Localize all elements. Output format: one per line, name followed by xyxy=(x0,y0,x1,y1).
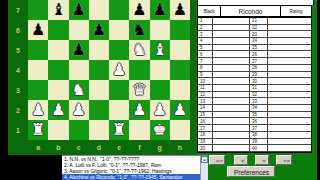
file-label-c: c xyxy=(69,140,89,154)
square-d5[interactable] xyxy=(89,40,109,60)
move-number-28: 28 xyxy=(250,65,268,72)
black-pawn-icon: ♟ xyxy=(152,2,166,18)
black-move-cell-38[interactable] xyxy=(268,132,311,139)
square-f1[interactable] xyxy=(129,120,149,140)
square-d6[interactable]: ♟ xyxy=(89,20,109,40)
black-move-cell-27[interactable] xyxy=(268,58,311,65)
move-number-33: 33 xyxy=(250,98,268,105)
square-h7[interactable]: ♟ xyxy=(170,0,190,20)
white-rook-icon: ♜ xyxy=(112,122,126,138)
black-move-cell-22[interactable] xyxy=(268,25,311,32)
game-info-panel: Alechine Black Ricondo Rating 1212223234… xyxy=(196,0,317,180)
square-c5[interactable]: ♟ xyxy=(69,40,89,60)
move-number-17: 17 xyxy=(198,125,213,132)
square-b6[interactable] xyxy=(48,20,68,40)
move-number-7: 7 xyxy=(198,58,213,65)
square-g7[interactable]: ♟ xyxy=(150,0,170,20)
white-move-cell-18[interactable] xyxy=(213,132,250,139)
file-label-e: e xyxy=(109,140,129,154)
move-number-38: 38 xyxy=(250,132,268,139)
rank-labels: 7654321 xyxy=(8,0,28,140)
square-a5[interactable] xyxy=(28,40,48,60)
square-c4[interactable] xyxy=(69,60,89,80)
next-move-button[interactable]: > xyxy=(255,155,269,165)
file-labels: abcdefgh xyxy=(28,140,190,154)
square-a6[interactable]: ♟ xyxy=(28,20,48,40)
white-knight-icon: ♞ xyxy=(71,82,85,98)
move-number-32: 32 xyxy=(250,92,268,99)
square-d2[interactable] xyxy=(89,100,109,120)
move-number-12: 12 xyxy=(198,92,213,99)
rank-label-2: 2 xyxy=(8,100,28,120)
square-e1[interactable]: ♜ xyxy=(109,120,129,140)
black-pawn-icon: ♟ xyxy=(132,2,146,18)
square-g6[interactable] xyxy=(150,20,170,40)
black-move-cell-28[interactable] xyxy=(268,65,311,72)
move-number-2: 2 xyxy=(198,25,213,32)
black-pawn-icon: ♟ xyxy=(71,2,85,18)
square-e2[interactable] xyxy=(109,100,129,120)
file-label-h: h xyxy=(170,140,190,154)
white-knight-icon: ♞ xyxy=(132,42,146,58)
square-g3[interactable] xyxy=(150,80,170,100)
move-number-6: 6 xyxy=(198,51,213,58)
square-a2[interactable]: ♟ xyxy=(28,100,48,120)
square-b2[interactable]: ♟ xyxy=(48,100,68,120)
move-number-16: 16 xyxy=(198,118,213,125)
square-c2[interactable]: ♟ xyxy=(69,100,89,120)
square-a3[interactable] xyxy=(28,80,48,100)
scroll-up-icon[interactable]: ▲ xyxy=(201,156,208,163)
square-h3[interactable] xyxy=(170,80,190,100)
square-f7[interactable]: ♟ xyxy=(129,0,149,20)
white-move-cell-4[interactable] xyxy=(213,38,250,45)
game-list-scrollbar[interactable]: ▲ xyxy=(200,156,208,180)
move-number-1: 1 xyxy=(198,18,213,25)
square-g2[interactable]: ♟ xyxy=(150,100,170,120)
black-move-cell-36[interactable] xyxy=(268,118,311,125)
white-move-cell-9[interactable] xyxy=(213,72,250,79)
white-pawn-icon: ♟ xyxy=(71,102,85,118)
square-b3[interactable] xyxy=(48,80,68,100)
square-c6[interactable] xyxy=(69,20,89,40)
move-number-5: 5 xyxy=(198,45,213,52)
square-b5[interactable] xyxy=(48,40,68,60)
square-e7[interactable] xyxy=(109,0,129,20)
square-e4[interactable]: ♟ xyxy=(109,60,129,80)
move-number-35: 35 xyxy=(250,112,268,119)
square-b1[interactable] xyxy=(48,120,68,140)
white-move-cell-2[interactable] xyxy=(213,25,250,32)
move-number-25: 25 xyxy=(250,45,268,52)
black-move-cell-33[interactable] xyxy=(268,98,311,105)
file-label-d: d xyxy=(89,140,109,154)
square-a4[interactable] xyxy=(28,60,48,80)
white-move-cell-14[interactable] xyxy=(213,105,250,112)
file-label-b: b xyxy=(48,140,68,154)
move-number-3: 3 xyxy=(198,31,213,38)
move-number-11: 11 xyxy=(198,85,213,92)
file-label-g: g xyxy=(150,140,170,154)
square-f4[interactable] xyxy=(129,60,149,80)
square-f3[interactable]: ♛ xyxy=(129,80,149,100)
move-number-19: 19 xyxy=(198,139,213,146)
black-move-cell-25[interactable] xyxy=(268,45,311,52)
square-f6[interactable]: ♞ xyxy=(129,20,149,40)
black-label: Black xyxy=(198,6,221,16)
white-move-cell-5[interactable] xyxy=(213,45,250,52)
move-number-4: 4 xyxy=(198,38,213,45)
black-move-cell-29[interactable] xyxy=(268,72,311,79)
white-bishop-icon: ♝ xyxy=(152,42,166,58)
white-pawn-icon: ♟ xyxy=(173,102,187,118)
white-move-cell-17[interactable] xyxy=(213,125,250,132)
move-number-23: 23 xyxy=(250,31,268,38)
move-number-14: 14 xyxy=(198,105,213,112)
white-move-cell-3[interactable] xyxy=(213,31,250,38)
black-move-cell-24[interactable] xyxy=(268,38,311,45)
black-player-row: Black Ricondo Rating xyxy=(197,5,312,17)
square-e6[interactable] xyxy=(109,20,129,40)
black-move-cell-34[interactable] xyxy=(268,105,311,112)
preferences-button[interactable]: Preferences xyxy=(227,166,275,177)
rank-label-7: 7 xyxy=(8,0,28,20)
game-list[interactable]: 1. N.N. vs N.N., "1-0", ??-??-????2. A. … xyxy=(62,155,208,180)
game-list-rows: 1. N.N. vs N.N., "1-0", ??-??-????2. A. … xyxy=(62,156,208,180)
move-number-10: 10 xyxy=(198,78,213,85)
white-move-cell-6[interactable] xyxy=(213,51,250,58)
black-move-cell-37[interactable] xyxy=(268,125,311,132)
last-move-button[interactable]: >> xyxy=(276,155,292,165)
black-move-cell-30[interactable] xyxy=(268,78,311,85)
square-d1[interactable] xyxy=(89,120,109,140)
square-e5[interactable] xyxy=(109,40,129,60)
move-number-39: 39 xyxy=(250,139,268,146)
move-number-20: 20 xyxy=(198,145,213,152)
file-label-a: a xyxy=(28,140,48,154)
square-h5[interactable] xyxy=(170,40,190,60)
white-pawn-icon: ♟ xyxy=(112,62,126,78)
black-move-cell-26[interactable] xyxy=(268,51,311,58)
square-f2[interactable]: ♟ xyxy=(129,100,149,120)
move-number-40: 40 xyxy=(250,145,268,152)
white-move-cell-10[interactable] xyxy=(213,78,250,85)
square-a1[interactable]: ♜ xyxy=(28,120,48,140)
white-move-cell-1[interactable] xyxy=(213,18,250,25)
move-number-8: 8 xyxy=(198,65,213,72)
white-move-cell-20[interactable] xyxy=(213,145,250,152)
square-h4[interactable] xyxy=(170,60,190,80)
white-pawn-icon: ♟ xyxy=(132,102,146,118)
white-move-cell-8[interactable] xyxy=(213,65,250,72)
move-number-31: 31 xyxy=(250,85,268,92)
square-h1[interactable] xyxy=(170,120,190,140)
black-player-name: Ricondo xyxy=(221,6,280,16)
square-h2[interactable]: ♟ xyxy=(170,100,190,120)
square-c7[interactable]: ♟ xyxy=(69,0,89,20)
square-b7[interactable]: ♝ xyxy=(48,0,68,20)
black-move-cell-21[interactable] xyxy=(268,18,311,25)
square-d4[interactable] xyxy=(89,60,109,80)
black-pawn-icon: ♟ xyxy=(92,22,106,38)
rank-label-6: 6 xyxy=(8,20,28,40)
white-queen-icon: ♛ xyxy=(132,82,146,98)
square-c3[interactable]: ♞ xyxy=(69,80,89,100)
black-pawn-icon: ♟ xyxy=(71,42,85,58)
move-number-36: 36 xyxy=(250,118,268,125)
rank-label-3: 3 xyxy=(8,80,28,100)
white-move-cell-12[interactable] xyxy=(213,92,250,99)
move-number-22: 22 xyxy=(250,25,268,32)
black-move-cell-40[interactable] xyxy=(268,145,311,152)
black-move-cell-32[interactable] xyxy=(268,92,311,99)
move-number-26: 26 xyxy=(250,51,268,58)
square-g5[interactable]: ♝ xyxy=(150,40,170,60)
move-number-24: 24 xyxy=(250,38,268,45)
square-g1[interactable]: ♚ xyxy=(150,120,170,140)
previous-move-button[interactable]: < xyxy=(234,155,248,165)
black-move-cell-31[interactable] xyxy=(268,85,311,92)
white-pawn-icon: ♟ xyxy=(31,102,45,118)
square-e3[interactable] xyxy=(109,80,129,100)
move-number-34: 34 xyxy=(250,105,268,112)
square-d3[interactable] xyxy=(89,80,109,100)
white-player-name: Alechine xyxy=(198,0,313,1)
square-d7[interactable] xyxy=(89,0,109,20)
white-move-cell-7[interactable] xyxy=(213,58,250,65)
move-list-table: 1212223234245256267278289291030113112321… xyxy=(197,17,312,153)
black-bishop-icon: ♝ xyxy=(51,2,65,18)
square-h6[interactable] xyxy=(170,20,190,40)
move-number-27: 27 xyxy=(250,58,268,65)
square-g4[interactable] xyxy=(150,60,170,80)
white-move-cell-13[interactable] xyxy=(213,98,250,105)
black-move-cell-39[interactable] xyxy=(268,139,311,146)
file-label-f: f xyxy=(129,140,149,154)
white-rook-icon: ♜ xyxy=(31,122,45,138)
square-f5[interactable]: ♞ xyxy=(129,40,149,60)
square-c1[interactable] xyxy=(69,120,89,140)
white-pawn-icon: ♟ xyxy=(152,102,166,118)
move-number-21: 21 xyxy=(250,18,268,25)
black-pawn-icon: ♟ xyxy=(31,22,45,38)
move-number-9: 9 xyxy=(198,72,213,79)
move-number-13: 13 xyxy=(198,98,213,105)
white-move-cell-11[interactable] xyxy=(213,85,250,92)
black-knight-icon: ♞ xyxy=(132,22,146,38)
move-number-30: 30 xyxy=(250,78,268,85)
black-pawn-icon: ♟ xyxy=(173,2,187,18)
black-move-cell-23[interactable] xyxy=(268,31,311,38)
move-number-15: 15 xyxy=(198,112,213,119)
rank-label-1: 1 xyxy=(8,120,28,140)
chess-board[interactable]: ♝♟♟♟♟♟♟♞♟♞♝♟♞♛♟♟♟♟♟♟♜♜♚ xyxy=(28,0,190,140)
square-b4[interactable] xyxy=(48,60,68,80)
game-list-item-4[interactable]: 4. Alechine vs Ricondo, "1-0", ??-??-194… xyxy=(62,174,208,180)
move-number-29: 29 xyxy=(250,72,268,79)
white-move-cell-19[interactable] xyxy=(213,139,250,146)
move-number-37: 37 xyxy=(250,125,268,132)
black-move-cell-35[interactable] xyxy=(268,112,311,119)
white-move-cell-16[interactable] xyxy=(213,118,250,125)
first-move-button[interactable]: << xyxy=(209,155,225,165)
move-number-18: 18 xyxy=(198,132,213,139)
rank-label-5: 5 xyxy=(8,40,28,60)
chess-board-frame: 7654321 ♝♟♟♟♟♟♟♞♟♞♝♟♞♛♟♟♟♟♟♟♜♜♚ abcdefgh xyxy=(8,0,196,155)
rating-label: Rating xyxy=(280,6,311,16)
white-king-icon: ♚ xyxy=(152,122,166,138)
white-move-cell-15[interactable] xyxy=(213,112,250,119)
rank-label-4: 4 xyxy=(8,60,28,80)
square-a7[interactable] xyxy=(28,0,48,20)
white-pawn-icon: ♟ xyxy=(51,102,65,118)
